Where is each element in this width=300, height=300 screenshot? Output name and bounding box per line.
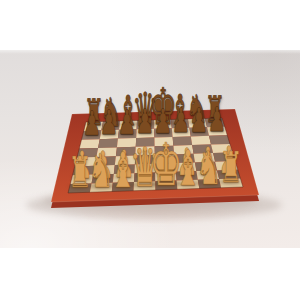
piece-shadow	[113, 175, 132, 178]
piece-white-rook-a1: ♜	[68, 153, 92, 195]
piece-black-pawn-h7: ♟	[208, 103, 227, 137]
piece-shadow	[186, 120, 206, 124]
piece-shadow	[155, 174, 174, 177]
piece-shadow	[117, 122, 138, 126]
piece-white-queen-d1: ♛	[129, 140, 159, 195]
piece-shadow	[133, 121, 156, 125]
piece-shadow	[72, 176, 91, 179]
piece-white-king-e1: ♚	[150, 136, 183, 195]
piece-black-pawn-d7: ♟	[136, 105, 155, 139]
piece-black-bishop-f8: ♝	[168, 88, 191, 130]
piece-black-bishop-c8: ♝	[117, 90, 140, 132]
piece-black-pawn-g7: ♟	[190, 103, 209, 137]
piece-black-queen-d8: ♛	[132, 85, 158, 132]
piece-white-pawn-c2: ♟	[113, 146, 134, 184]
piece-shadow	[176, 173, 195, 176]
piece-shadow	[172, 130, 189, 133]
pieces-layer: ♜♞♝♛♚♝♞♜♟♟♟♟♟♟♟♟♟♟♟♟♟♟♟♟♜♞♝♛♚♝♞♜	[0, 0, 300, 300]
piece-shadow	[205, 120, 223, 123]
piece-shadow	[136, 131, 153, 134]
piece-shadow	[149, 121, 174, 126]
piece-white-pawn-a2: ♟	[71, 148, 92, 186]
piece-shadow	[89, 184, 112, 188]
piece-white-pawn-b2: ♟	[92, 147, 113, 185]
piece-black-knight-b8: ♞	[100, 92, 122, 132]
piece-black-rook-a8: ♜	[83, 96, 103, 133]
piece-shadow	[83, 123, 101, 126]
piece-white-knight-g1: ♞	[196, 145, 222, 192]
piece-shadow	[110, 183, 134, 187]
piece-shadow	[134, 174, 153, 177]
piece-white-pawn-g2: ♟	[197, 144, 218, 182]
piece-white-pawn-f2: ♟	[176, 144, 197, 182]
piece-white-pawn-e2: ♟	[155, 145, 176, 183]
piece-white-bishop-f1: ♝	[174, 144, 201, 193]
piece-black-pawn-b7: ♟	[100, 106, 119, 140]
piece-shadow	[174, 181, 198, 185]
piece-shadow	[130, 182, 157, 187]
piece-shadow	[190, 129, 207, 132]
piece-black-king-e8: ♚	[149, 82, 177, 133]
piece-black-pawn-c7: ♟	[118, 106, 137, 140]
piece-shadow	[92, 176, 111, 179]
piece-shadow	[208, 129, 225, 132]
piece-shadow	[68, 185, 89, 189]
piece-shadow	[118, 131, 135, 134]
piece-shadow	[197, 172, 216, 175]
piece-shadow	[154, 130, 171, 133]
piece-black-knight-g8: ♞	[186, 89, 208, 129]
piece-black-pawn-e7: ♟	[154, 104, 173, 138]
piece-black-pawn-a7: ♟	[82, 107, 101, 141]
piece-shadow	[100, 132, 117, 135]
piece-shadow	[82, 132, 99, 135]
product-photo: ♜♞♝♛♚♝♞♜♟♟♟♟♟♟♟♟♟♟♟♟♟♟♟♟♜♞♝♛♚♝♞♜	[0, 0, 300, 300]
piece-white-rook-h1: ♜	[219, 147, 243, 189]
piece-shadow	[197, 180, 220, 184]
piece-white-knight-b1: ♞	[89, 148, 115, 195]
piece-white-bishop-c1: ♝	[110, 146, 137, 195]
piece-shadow	[150, 181, 179, 186]
piece-black-rook-h8: ♜	[205, 92, 225, 129]
piece-white-pawn-d2: ♟	[134, 146, 155, 184]
piece-white-pawn-h2: ♟	[218, 143, 239, 181]
piece-shadow	[100, 123, 120, 127]
piece-black-pawn-f7: ♟	[172, 104, 191, 138]
piece-shadow	[218, 172, 237, 175]
piece-shadow	[219, 180, 240, 184]
piece-shadow	[169, 121, 190, 125]
